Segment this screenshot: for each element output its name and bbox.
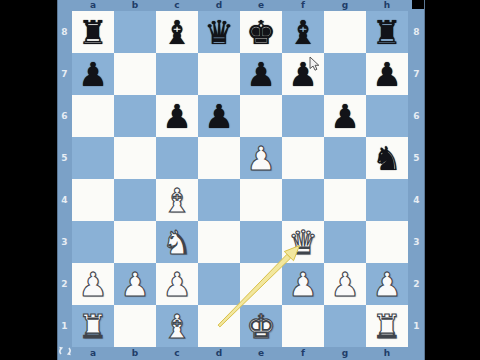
square-b5[interactable] [114, 137, 156, 179]
piece-black-knight[interactable]: ♞ [366, 137, 408, 179]
square-a7[interactable]: ♟ [72, 53, 114, 95]
square-a8[interactable]: ♜ [72, 11, 114, 53]
square-g7[interactable] [324, 53, 366, 95]
square-f8[interactable]: ♝ [282, 11, 324, 53]
piece-black-pawn[interactable]: ♟ [282, 53, 324, 95]
file-label-top-b: b [114, 0, 156, 11]
square-d4[interactable] [198, 179, 240, 221]
square-d7[interactable] [198, 53, 240, 95]
square-b4[interactable] [114, 179, 156, 221]
piece-white-pawn[interactable]: ♟ [156, 263, 198, 305]
square-g8[interactable] [324, 11, 366, 53]
rank-label-left-5: 5 [57, 137, 72, 179]
rank-label-right-1: 1 [408, 305, 425, 347]
chess-board: ♜♝♛♚♝♜♟♟♟♟♟♟♟♟♞♝♞♛♟♟♟♟♟♟♜♝♚♜ aabbccddeef… [57, 0, 425, 360]
square-h5[interactable]: ♞ [366, 137, 408, 179]
file-label-top-h: h [366, 0, 408, 11]
square-f5[interactable] [282, 137, 324, 179]
square-d1[interactable] [198, 305, 240, 347]
piece-white-pawn[interactable]: ♟ [72, 263, 114, 305]
file-label-top-a: a [72, 0, 114, 11]
piece-white-king[interactable]: ♚ [240, 305, 282, 347]
piece-black-bishop[interactable]: ♝ [282, 11, 324, 53]
file-label-top-c: c [156, 0, 198, 11]
rank-label-right-4: 4 [408, 179, 425, 221]
square-a3[interactable] [72, 221, 114, 263]
square-c8[interactable]: ♝ [156, 11, 198, 53]
rank-label-left-3: 3 [57, 221, 72, 263]
piece-black-pawn[interactable]: ♟ [72, 53, 114, 95]
piece-white-knight[interactable]: ♞ [156, 221, 198, 263]
file-label-top-f: f [282, 0, 324, 11]
file-label-top-d: d [198, 0, 240, 11]
square-d8[interactable]: ♛ [198, 11, 240, 53]
file-label-top-e: e [240, 0, 282, 11]
file-label-bottom-b: b [114, 348, 156, 359]
rank-label-left-2: 2 [57, 263, 72, 305]
square-f3[interactable]: ♛ [282, 221, 324, 263]
square-b8[interactable] [114, 11, 156, 53]
square-c7[interactable] [156, 53, 198, 95]
square-h4[interactable] [366, 179, 408, 221]
square-c5[interactable] [156, 137, 198, 179]
file-label-bottom-g: g [324, 348, 366, 359]
square-h6[interactable] [366, 95, 408, 137]
square-g3[interactable] [324, 221, 366, 263]
piece-white-queen[interactable]: ♛ [282, 221, 324, 263]
rank-label-left-7: 7 [57, 53, 72, 95]
rank-label-right-3: 3 [408, 221, 425, 263]
piece-white-pawn[interactable]: ♟ [114, 263, 156, 305]
square-g6[interactable]: ♟ [324, 95, 366, 137]
square-d3[interactable] [198, 221, 240, 263]
square-g4[interactable] [324, 179, 366, 221]
file-label-bottom-a: a [72, 348, 114, 359]
piece-black-pawn[interactable]: ♟ [366, 53, 408, 95]
square-b1[interactable] [114, 305, 156, 347]
file-label-bottom-c: c [156, 348, 198, 359]
square-a4[interactable] [72, 179, 114, 221]
square-f4[interactable] [282, 179, 324, 221]
piece-black-queen[interactable]: ♛ [198, 11, 240, 53]
square-g2[interactable]: ♟ [324, 263, 366, 305]
file-label-bottom-d: d [198, 348, 240, 359]
piece-white-pawn[interactable]: ♟ [282, 263, 324, 305]
file-label-bottom-f: f [282, 348, 324, 359]
piece-black-king[interactable]: ♚ [240, 11, 282, 53]
square-g1[interactable] [324, 305, 366, 347]
square-b7[interactable] [114, 53, 156, 95]
piece-white-pawn[interactable]: ♟ [366, 263, 408, 305]
piece-black-pawn[interactable]: ♟ [240, 53, 282, 95]
rank-label-right-8: 8 [408, 11, 425, 53]
piece-white-pawn[interactable]: ♟ [240, 137, 282, 179]
square-a2[interactable]: ♟ [72, 263, 114, 305]
piece-white-rook[interactable]: ♜ [72, 305, 114, 347]
rank-label-right-2: 2 [408, 263, 425, 305]
piece-black-rook[interactable]: ♜ [72, 11, 114, 53]
square-g5[interactable] [324, 137, 366, 179]
square-b6[interactable] [114, 95, 156, 137]
rank-label-left-4: 4 [57, 179, 72, 221]
square-e7[interactable]: ♟ [240, 53, 282, 95]
square-c1[interactable]: ♝ [156, 305, 198, 347]
rank-label-left-8: 8 [57, 11, 72, 53]
piece-white-pawn[interactable]: ♟ [324, 263, 366, 305]
square-h1[interactable]: ♜ [366, 305, 408, 347]
square-e8[interactable]: ♚ [240, 11, 282, 53]
square-a6[interactable] [72, 95, 114, 137]
piece-black-pawn[interactable]: ♟ [324, 95, 366, 137]
square-b2[interactable]: ♟ [114, 263, 156, 305]
square-c2[interactable]: ♟ [156, 263, 198, 305]
rank-label-right-5: 5 [408, 137, 425, 179]
square-e6[interactable] [240, 95, 282, 137]
square-h7[interactable]: ♟ [366, 53, 408, 95]
square-c3[interactable]: ♞ [156, 221, 198, 263]
file-label-top-g: g [324, 0, 366, 11]
rank-label-left-6: 6 [57, 95, 72, 137]
square-a5[interactable] [72, 137, 114, 179]
square-h3[interactable] [366, 221, 408, 263]
square-d6[interactable]: ♟ [198, 95, 240, 137]
piece-black-pawn[interactable]: ♟ [198, 95, 240, 137]
square-e1[interactable]: ♚ [240, 305, 282, 347]
square-h8[interactable]: ♜ [366, 11, 408, 53]
piece-black-pawn[interactable]: ♟ [156, 95, 198, 137]
corner-marker [412, 0, 424, 9]
piece-white-rook[interactable]: ♜ [366, 305, 408, 347]
piece-white-bishop[interactable]: ♝ [156, 179, 198, 221]
square-d2[interactable] [198, 263, 240, 305]
square-e2[interactable] [240, 263, 282, 305]
file-label-bottom-e: e [240, 348, 282, 359]
flip-board-icon[interactable] [58, 344, 72, 358]
square-c6[interactable]: ♟ [156, 95, 198, 137]
file-label-bottom-h: h [366, 348, 408, 359]
square-h2[interactable]: ♟ [366, 263, 408, 305]
square-a1[interactable]: ♜ [72, 305, 114, 347]
square-d5[interactable] [198, 137, 240, 179]
square-f1[interactable] [282, 305, 324, 347]
rank-label-right-6: 6 [408, 95, 425, 137]
square-b3[interactable] [114, 221, 156, 263]
video-frame: { "game": "chess", "position": { "fen": … [0, 0, 480, 360]
rank-label-left-1: 1 [57, 305, 72, 347]
square-e3[interactable] [240, 221, 282, 263]
square-e5[interactable]: ♟ [240, 137, 282, 179]
square-c4[interactable]: ♝ [156, 179, 198, 221]
square-f6[interactable] [282, 95, 324, 137]
board-grid: ♜♝♛♚♝♜♟♟♟♟♟♟♟♟♞♝♞♛♟♟♟♟♟♟♜♝♚♜ [72, 11, 408, 347]
square-f7[interactable]: ♟ [282, 53, 324, 95]
piece-white-bishop[interactable]: ♝ [156, 305, 198, 347]
square-f2[interactable]: ♟ [282, 263, 324, 305]
piece-black-rook[interactable]: ♜ [366, 11, 408, 53]
square-e4[interactable] [240, 179, 282, 221]
piece-black-bishop[interactable]: ♝ [156, 11, 198, 53]
rank-label-right-7: 7 [408, 53, 425, 95]
